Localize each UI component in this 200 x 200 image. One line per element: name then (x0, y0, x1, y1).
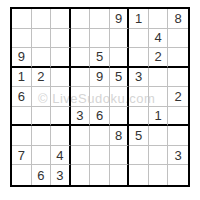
cell-r4c2[interactable]: 2 (32, 68, 52, 88)
cell-r5c5[interactable] (90, 87, 110, 107)
cell-r1c5[interactable] (90, 9, 110, 29)
cell-r1c2[interactable] (32, 9, 52, 29)
cell-r6c7[interactable] (129, 107, 149, 127)
cell-r4c5[interactable]: 9 (90, 68, 110, 88)
cell-r7c2[interactable] (32, 126, 52, 146)
sudoku-board: 918495212953623618574363 (10, 7, 190, 187)
cell-r1c1[interactable] (12, 9, 32, 29)
cell-r7c8[interactable] (149, 126, 169, 146)
cell-r7c9[interactable] (168, 126, 188, 146)
cell-r1c4[interactable] (71, 9, 91, 29)
cell-r6c5[interactable]: 6 (90, 107, 110, 127)
cell-r6c6[interactable] (110, 107, 130, 127)
cell-r2c6[interactable] (110, 29, 130, 49)
cell-r7c1[interactable] (12, 126, 32, 146)
cell-r7c6[interactable]: 8 (110, 126, 130, 146)
cell-r9c5[interactable] (90, 165, 110, 185)
cell-r9c3[interactable]: 3 (51, 165, 71, 185)
cell-r8c3[interactable]: 4 (51, 146, 71, 166)
cell-r5c3[interactable] (51, 87, 71, 107)
cell-r6c1[interactable] (12, 107, 32, 127)
sudoku-page: © LiveSudoku.com 91849521295362361857436… (0, 0, 200, 200)
cell-r8c5[interactable] (90, 146, 110, 166)
cell-r3c5[interactable]: 5 (90, 48, 110, 68)
cell-r4c3[interactable] (51, 68, 71, 88)
cell-r4c9[interactable] (168, 68, 188, 88)
cell-r4c6[interactable]: 5 (110, 68, 130, 88)
cell-r9c7[interactable] (129, 165, 149, 185)
cell-r2c3[interactable] (51, 29, 71, 49)
cell-r2c4[interactable] (71, 29, 91, 49)
cell-r3c8[interactable]: 2 (149, 48, 169, 68)
cell-r9c4[interactable] (71, 165, 91, 185)
cell-r5c7[interactable] (129, 87, 149, 107)
cell-r2c9[interactable] (168, 29, 188, 49)
cell-r3c6[interactable] (110, 48, 130, 68)
cell-r7c7[interactable]: 5 (129, 126, 149, 146)
cell-r5c2[interactable] (32, 87, 52, 107)
cell-r2c7[interactable] (129, 29, 149, 49)
cell-r6c3[interactable] (51, 107, 71, 127)
cell-r5c8[interactable] (149, 87, 169, 107)
cell-r8c8[interactable] (149, 146, 169, 166)
cell-r7c5[interactable] (90, 126, 110, 146)
cell-r9c8[interactable] (149, 165, 169, 185)
cell-r8c1[interactable]: 7 (12, 146, 32, 166)
cell-r6c4[interactable]: 3 (71, 107, 91, 127)
cell-r6c9[interactable] (168, 107, 188, 127)
cell-r3c9[interactable] (168, 48, 188, 68)
cell-r3c2[interactable] (32, 48, 52, 68)
cell-r3c1[interactable]: 9 (12, 48, 32, 68)
cell-r5c1[interactable]: 6 (12, 87, 32, 107)
cell-r4c8[interactable] (149, 68, 169, 88)
cell-r9c2[interactable]: 6 (32, 165, 52, 185)
cell-r2c8[interactable]: 4 (149, 29, 169, 49)
cell-r3c7[interactable] (129, 48, 149, 68)
cell-r9c9[interactable] (168, 165, 188, 185)
cell-r2c1[interactable] (12, 29, 32, 49)
cell-r3c3[interactable] (51, 48, 71, 68)
cell-r1c6[interactable]: 9 (110, 9, 130, 29)
cell-r1c7[interactable]: 1 (129, 9, 149, 29)
cell-r8c9[interactable]: 3 (168, 146, 188, 166)
cell-r3c4[interactable] (71, 48, 91, 68)
cell-r2c5[interactable] (90, 29, 110, 49)
cell-r5c9[interactable]: 2 (168, 87, 188, 107)
cell-r5c6[interactable] (110, 87, 130, 107)
cell-r1c3[interactable] (51, 9, 71, 29)
cell-r9c1[interactable] (12, 165, 32, 185)
cell-r8c7[interactable] (129, 146, 149, 166)
cell-r8c6[interactable] (110, 146, 130, 166)
cell-r8c4[interactable] (71, 146, 91, 166)
cell-r6c8[interactable]: 1 (149, 107, 169, 127)
cell-r5c4[interactable] (71, 87, 91, 107)
cell-r7c4[interactable] (71, 126, 91, 146)
cell-r2c2[interactable] (32, 29, 52, 49)
cell-r7c3[interactable] (51, 126, 71, 146)
cell-r4c7[interactable]: 3 (129, 68, 149, 88)
cell-r1c8[interactable] (149, 9, 169, 29)
cell-r8c2[interactable] (32, 146, 52, 166)
sudoku-grid: 918495212953623618574363 (12, 9, 188, 185)
cell-r1c9[interactable]: 8 (168, 9, 188, 29)
cell-r6c2[interactable] (32, 107, 52, 127)
cell-r4c1[interactable]: 1 (12, 68, 32, 88)
cell-r9c6[interactable] (110, 165, 130, 185)
cell-r4c4[interactable] (71, 68, 91, 88)
